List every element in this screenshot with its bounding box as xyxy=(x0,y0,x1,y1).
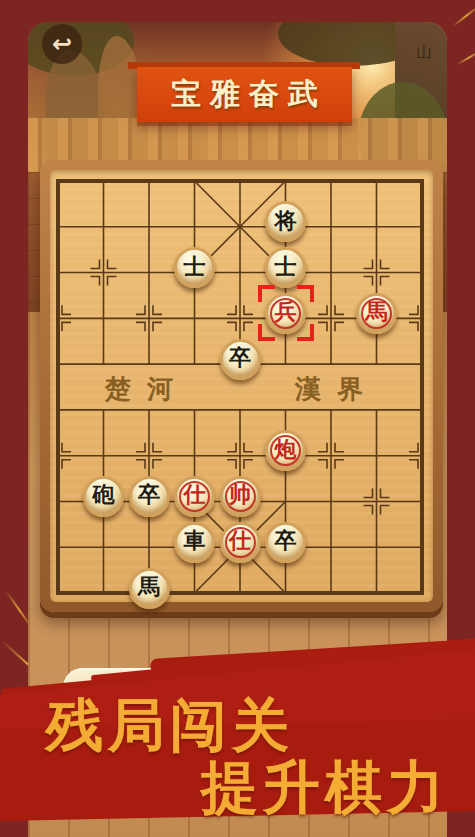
back-arrow-icon: ↩ xyxy=(52,30,72,58)
piece-black-soldier-f6r9[interactable]: 卒 xyxy=(265,522,306,563)
promo-text-line2: 提升棋力 xyxy=(201,750,449,827)
piece-character: 卒 xyxy=(229,347,251,369)
piece-red-general-f5r8[interactable]: 帅 xyxy=(220,476,261,517)
piece-red-horse-f8r4[interactable]: 馬 xyxy=(356,293,397,334)
page-title: 宝雅奋武 xyxy=(162,74,327,115)
piece-character: 砲 xyxy=(93,484,115,506)
piece-black-horse-f3r10[interactable]: 馬 xyxy=(129,568,170,609)
piece-character: 卒 xyxy=(275,530,297,552)
back-button[interactable]: ↩ xyxy=(42,24,82,64)
piece-character: 帅 xyxy=(229,484,251,506)
piece-red-cannon-f6r7[interactable]: 炮 xyxy=(265,430,306,471)
piece-black-soldier-f3r8[interactable]: 卒 xyxy=(129,476,170,517)
piece-character: 仕 xyxy=(229,530,251,552)
piece-black-advisor-f6r3[interactable]: 士 xyxy=(265,247,306,288)
piece-black-chariot-f4r9[interactable]: 車 xyxy=(174,522,215,563)
piece-black-soldier-f5r5[interactable]: 卒 xyxy=(220,339,261,380)
piece-black-advisor-f4r3[interactable]: 士 xyxy=(174,247,215,288)
piece-character: 馬 xyxy=(138,576,160,598)
piece-character: 士 xyxy=(275,256,297,278)
piece-red-advisor-f5r9[interactable]: 仕 xyxy=(220,522,261,563)
piece-character: 将 xyxy=(275,210,297,232)
piece-character: 士 xyxy=(184,256,206,278)
piece-character: 炮 xyxy=(275,439,297,461)
piece-red-advisor-f4r8[interactable]: 仕 xyxy=(174,476,215,517)
spark-line xyxy=(451,4,475,28)
piece-character: 車 xyxy=(184,530,206,552)
piece-black-cannon-f2r8[interactable]: 砲 xyxy=(83,476,124,517)
piece-character: 兵 xyxy=(275,301,297,323)
rock-inscription: 山 xyxy=(414,32,433,38)
pieces-layer: 将士士兵馬卒炮砲卒仕帅車仕卒馬 xyxy=(50,170,433,602)
piece-character: 卒 xyxy=(138,484,160,506)
piece-character: 馬 xyxy=(366,301,388,323)
spark-line xyxy=(456,49,475,66)
title-banner: 宝雅奋武 xyxy=(137,67,352,122)
piece-character: 仕 xyxy=(184,484,206,506)
piece-red-soldier-f6r4[interactable]: 兵 xyxy=(265,293,306,334)
piece-black-general-f6r2[interactable]: 将 xyxy=(265,201,306,242)
board-frame: 楚河 漢界 将士士兵馬卒炮砲卒仕帅車仕卒馬 xyxy=(40,160,443,612)
xiangqi-endgame-screen: { "game": "xiangqi", "header": { "back_i… xyxy=(0,0,475,837)
